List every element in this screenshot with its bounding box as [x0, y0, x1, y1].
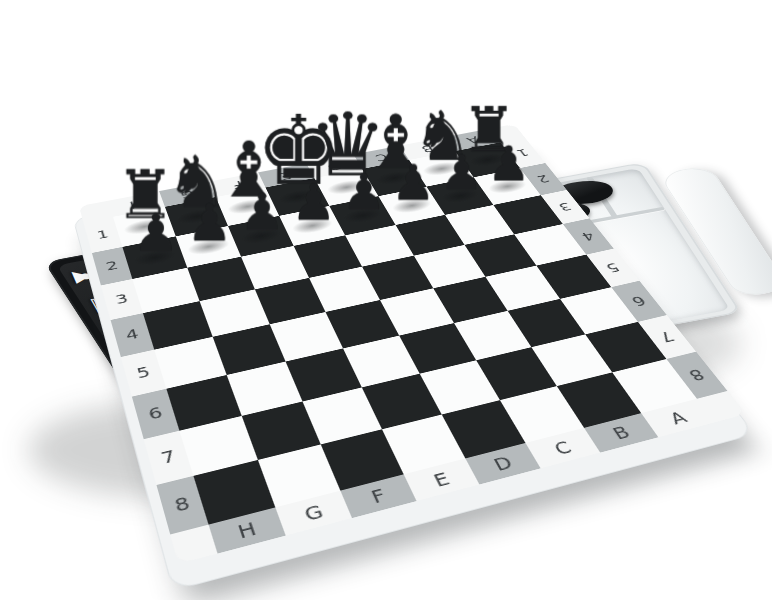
black-pawn-glyph: ♟ — [78, 208, 232, 260]
chess-set-product-photo: ♝♞♜♝♞♛♜♚ HGFEDCBA1122334455667788HGFEDCB… — [0, 0, 772, 600]
